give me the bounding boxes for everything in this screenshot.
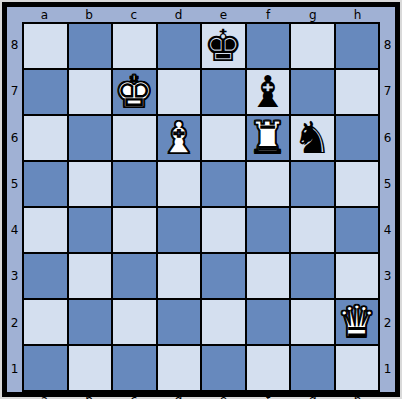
square-c2[interactable] — [113, 300, 156, 344]
square-b5[interactable] — [69, 162, 112, 206]
file-label-d: d — [156, 7, 201, 22]
square-h3[interactable] — [336, 254, 379, 298]
square-f1[interactable] — [247, 346, 290, 390]
square-e5[interactable] — [202, 162, 245, 206]
file-labels-bottom: abcdefgh — [22, 392, 380, 399]
piece-black-bishop-f7[interactable]: ♝ — [248, 70, 287, 114]
square-a1[interactable] — [24, 346, 67, 390]
piece-white-queen-h2[interactable]: ♛ — [337, 300, 376, 344]
square-b1[interactable] — [69, 346, 112, 390]
rank-labels-right: 87654321 — [380, 22, 395, 392]
square-d8[interactable] — [158, 24, 201, 68]
rank-label-2: 2 — [7, 300, 22, 346]
square-b4[interactable] — [69, 208, 112, 252]
rank-label-6: 6 — [380, 115, 395, 161]
square-b2[interactable] — [69, 300, 112, 344]
square-c5[interactable] — [113, 162, 156, 206]
square-f6[interactable]: ♜ — [247, 116, 290, 160]
square-f5[interactable] — [247, 162, 290, 206]
square-a4[interactable] — [24, 208, 67, 252]
square-h7[interactable] — [336, 70, 379, 114]
square-a3[interactable] — [24, 254, 67, 298]
square-g6[interactable]: ♞ — [291, 116, 334, 160]
square-h8[interactable] — [336, 24, 379, 68]
rank-label-4: 4 — [380, 207, 395, 253]
square-c3[interactable] — [113, 254, 156, 298]
square-f4[interactable] — [247, 208, 290, 252]
file-label-h: h — [335, 392, 380, 399]
square-d7[interactable] — [158, 70, 201, 114]
square-e6[interactable] — [202, 116, 245, 160]
square-d6[interactable]: ♝ — [158, 116, 201, 160]
piece-black-king-e8[interactable]: ♚ — [204, 24, 243, 68]
square-h4[interactable] — [336, 208, 379, 252]
rank-label-5: 5 — [380, 161, 395, 207]
square-d1[interactable] — [158, 346, 201, 390]
square-g3[interactable] — [291, 254, 334, 298]
piece-white-rook-f6[interactable]: ♜ — [248, 116, 287, 160]
square-b6[interactable] — [69, 116, 112, 160]
square-g4[interactable] — [291, 208, 334, 252]
square-d3[interactable] — [158, 254, 201, 298]
piece-white-king-c7[interactable]: ♚ — [115, 70, 154, 114]
square-d5[interactable] — [158, 162, 201, 206]
rank-label-2: 2 — [380, 300, 395, 346]
square-e7[interactable] — [202, 70, 245, 114]
square-a8[interactable] — [24, 24, 67, 68]
file-label-g: g — [291, 7, 336, 22]
square-g5[interactable] — [291, 162, 334, 206]
square-c4[interactable] — [113, 208, 156, 252]
frame-corner-top-right — [380, 7, 395, 22]
square-e4[interactable] — [202, 208, 245, 252]
rank-label-3: 3 — [7, 253, 22, 299]
file-label-c: c — [112, 392, 157, 399]
square-h5[interactable] — [336, 162, 379, 206]
square-e1[interactable] — [202, 346, 245, 390]
piece-black-knight-g6[interactable]: ♞ — [293, 116, 332, 160]
square-c8[interactable] — [113, 24, 156, 68]
square-c1[interactable] — [113, 346, 156, 390]
chessboard-border: abcdefgh 87654321 ♚♚♝♝♜♞♛ 87654321 abcde… — [2, 2, 400, 397]
square-e8[interactable]: ♚ — [202, 24, 245, 68]
file-labels-top: abcdefgh — [22, 7, 380, 22]
square-c6[interactable] — [113, 116, 156, 160]
square-f2[interactable] — [247, 300, 290, 344]
rank-label-8: 8 — [380, 22, 395, 68]
square-b3[interactable] — [69, 254, 112, 298]
square-a6[interactable] — [24, 116, 67, 160]
rank-label-5: 5 — [7, 161, 22, 207]
file-label-b: b — [67, 392, 112, 399]
file-label-e: e — [201, 392, 246, 399]
square-a2[interactable] — [24, 300, 67, 344]
square-f8[interactable] — [247, 24, 290, 68]
frame-corner-top-left — [7, 7, 22, 22]
chessboard-frame: abcdefgh 87654321 ♚♚♝♝♜♞♛ 87654321 abcde… — [7, 7, 395, 392]
file-label-d: d — [156, 392, 201, 399]
file-label-f: f — [246, 392, 291, 399]
square-e3[interactable] — [202, 254, 245, 298]
square-e2[interactable] — [202, 300, 245, 344]
file-label-a: a — [22, 392, 67, 399]
square-b7[interactable] — [69, 70, 112, 114]
frame-corner-bottom-right — [380, 392, 395, 399]
chessboard: ♚♚♝♝♜♞♛ — [22, 22, 380, 392]
square-h6[interactable] — [336, 116, 379, 160]
square-g2[interactable] — [291, 300, 334, 344]
rank-label-7: 7 — [380, 68, 395, 114]
file-label-f: f — [246, 7, 291, 22]
square-d4[interactable] — [158, 208, 201, 252]
rank-label-3: 3 — [380, 253, 395, 299]
square-c7[interactable]: ♚ — [113, 70, 156, 114]
rank-label-6: 6 — [7, 115, 22, 161]
file-label-b: b — [67, 7, 112, 22]
square-a7[interactable] — [24, 70, 67, 114]
page-background: abcdefgh 87654321 ♚♚♝♝♜♞♛ 87654321 abcde… — [0, 0, 402, 399]
file-label-g: g — [291, 392, 336, 399]
piece-white-bishop-d6[interactable]: ♝ — [159, 116, 198, 160]
rank-label-4: 4 — [7, 207, 22, 253]
square-f3[interactable] — [247, 254, 290, 298]
file-label-a: a — [22, 7, 67, 22]
square-h1[interactable] — [336, 346, 379, 390]
rank-label-1: 1 — [380, 346, 395, 392]
square-b8[interactable] — [69, 24, 112, 68]
file-label-h: h — [335, 7, 380, 22]
rank-label-1: 1 — [7, 346, 22, 392]
square-f7[interactable]: ♝ — [247, 70, 290, 114]
square-a5[interactable] — [24, 162, 67, 206]
square-h2[interactable]: ♛ — [336, 300, 379, 344]
square-g1[interactable] — [291, 346, 334, 390]
square-g8[interactable] — [291, 24, 334, 68]
rank-labels-left: 87654321 — [7, 22, 22, 392]
rank-label-7: 7 — [7, 68, 22, 114]
file-label-c: c — [112, 7, 157, 22]
square-g7[interactable] — [291, 70, 334, 114]
square-d2[interactable] — [158, 300, 201, 344]
frame-corner-bottom-left — [7, 392, 22, 399]
rank-label-8: 8 — [7, 22, 22, 68]
